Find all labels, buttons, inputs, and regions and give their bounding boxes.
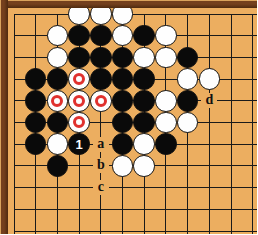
black-stone xyxy=(112,90,134,112)
white-stone xyxy=(155,112,177,134)
red-circle-mark xyxy=(73,116,85,128)
black-stone xyxy=(47,112,69,134)
black-stone xyxy=(112,68,134,90)
white-stone xyxy=(112,25,134,47)
white-stone-marked xyxy=(68,112,90,134)
black-stone xyxy=(133,68,155,90)
grid-line-vertical xyxy=(14,14,15,235)
grid-line-horizontal xyxy=(14,209,258,210)
black-stone xyxy=(25,68,47,90)
move-number-label: 1 xyxy=(75,138,82,151)
point-label-d: d xyxy=(201,93,217,108)
white-stone-marked xyxy=(47,90,69,112)
white-stone xyxy=(155,47,177,69)
black-stone xyxy=(112,47,134,69)
black-stone xyxy=(90,47,112,69)
white-stone xyxy=(133,47,155,69)
white-stone xyxy=(155,25,177,47)
grid-line-vertical xyxy=(231,14,232,235)
white-stone-marked xyxy=(90,90,112,112)
board-frame-top xyxy=(0,0,257,8)
white-stone xyxy=(112,155,134,177)
white-stone xyxy=(133,133,155,155)
grid-line-horizontal xyxy=(14,231,258,232)
black-stone xyxy=(177,47,199,69)
white-stone xyxy=(177,68,199,90)
white-stone xyxy=(133,155,155,177)
black-stone xyxy=(133,90,155,112)
black-stone xyxy=(90,25,112,47)
black-stone xyxy=(47,155,69,177)
board-frame-left xyxy=(0,0,8,234)
black-stone xyxy=(155,133,177,155)
black-stone xyxy=(25,112,47,134)
grid-line-horizontal xyxy=(14,14,258,15)
black-stone xyxy=(133,112,155,134)
black-stone-move-1: 1 xyxy=(68,133,90,155)
black-stone xyxy=(177,90,199,112)
white-stone-marked xyxy=(68,90,90,112)
black-stone xyxy=(25,133,47,155)
point-label-b: b xyxy=(93,158,109,173)
black-stone xyxy=(68,25,90,47)
black-stone xyxy=(25,90,47,112)
go-diagram: d1abc xyxy=(0,0,257,234)
black-stone xyxy=(90,68,112,90)
white-stone xyxy=(47,47,69,69)
black-stone xyxy=(112,133,134,155)
white-stone xyxy=(155,90,177,112)
white-stone xyxy=(47,25,69,47)
black-stone xyxy=(68,47,90,69)
black-stone xyxy=(133,25,155,47)
grid-line-vertical xyxy=(252,14,253,235)
red-circle-mark xyxy=(95,95,107,107)
point-label-c: c xyxy=(93,180,109,195)
white-stone xyxy=(47,133,69,155)
black-stone xyxy=(112,112,134,134)
grid-line-horizontal xyxy=(14,187,258,188)
grid-line-vertical xyxy=(209,14,210,235)
white-stone-marked xyxy=(68,68,90,90)
point-label-a: a xyxy=(93,137,109,152)
red-circle-mark xyxy=(51,95,63,107)
red-circle-mark xyxy=(73,73,85,85)
red-circle-mark xyxy=(73,95,85,107)
black-stone xyxy=(47,68,69,90)
white-stone xyxy=(177,112,199,134)
white-stone xyxy=(199,68,221,90)
